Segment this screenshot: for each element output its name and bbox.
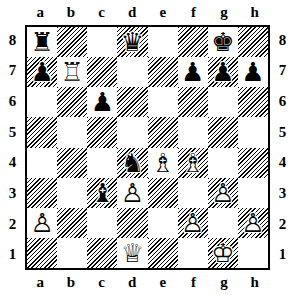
piece-white-pawn-fill: ♟: [208, 178, 238, 208]
square-e3[interactable]: [148, 178, 178, 208]
square-c6[interactable]: ♟: [87, 87, 117, 117]
square-d4[interactable]: ♞: [117, 148, 147, 178]
square-e2[interactable]: [148, 208, 178, 238]
piece-white-rook-fill: ♜: [57, 57, 87, 87]
piece-white-bishop[interactable]: ♗: [178, 148, 208, 178]
square-g8[interactable]: ♚: [208, 27, 238, 57]
square-b4[interactable]: [57, 148, 87, 178]
piece-black-pawn[interactable]: ♟: [87, 87, 117, 117]
square-e1[interactable]: [148, 238, 178, 268]
square-c4[interactable]: [87, 148, 117, 178]
rank-label-right-6: 6: [270, 86, 295, 117]
square-h2[interactable]: ♟♙: [238, 208, 268, 238]
piece-white-king[interactable]: ♔: [208, 238, 238, 268]
rank-label-right-5: 5: [270, 117, 295, 148]
rank-label-right-3: 3: [270, 178, 295, 209]
file-label-top-h: h: [239, 0, 270, 25]
square-f7[interactable]: ♟: [178, 57, 208, 87]
piece-white-bishop-fill: ♝: [178, 148, 208, 178]
square-b6[interactable]: [57, 87, 87, 117]
file-label-bottom-g: g: [209, 270, 240, 295]
piece-white-pawn[interactable]: ♙: [238, 208, 268, 238]
piece-white-king-fill: ♚: [208, 238, 238, 268]
square-h4[interactable]: [238, 148, 268, 178]
square-a6[interactable]: [27, 87, 57, 117]
file-label-bottom-a: a: [25, 270, 56, 295]
square-a3[interactable]: [27, 178, 57, 208]
square-a5[interactable]: [27, 117, 57, 147]
piece-white-queen-fill: ♛: [117, 238, 147, 268]
square-c7[interactable]: [87, 57, 117, 87]
square-e6[interactable]: [148, 87, 178, 117]
rank-label-right-2: 2: [270, 209, 295, 240]
file-labels-top: abcdefgh: [25, 0, 270, 25]
square-h3[interactable]: [238, 178, 268, 208]
file-label-top-b: b: [56, 0, 87, 25]
rank-label-left-7: 7: [0, 56, 25, 87]
square-e4[interactable]: ♝♗: [148, 148, 178, 178]
square-b8[interactable]: [57, 27, 87, 57]
square-g2[interactable]: [208, 208, 238, 238]
file-label-top-f: f: [178, 0, 209, 25]
square-d2[interactable]: [117, 208, 147, 238]
piece-black-pawn[interactable]: ♟: [238, 57, 268, 87]
file-labels-bottom: abcdefgh: [25, 270, 270, 295]
square-h8[interactable]: [238, 27, 268, 57]
piece-white-pawn-fill: ♟: [27, 208, 57, 238]
square-d1[interactable]: ♛♕: [117, 238, 147, 268]
piece-white-pawn-fill: ♟: [238, 208, 268, 238]
rank-label-left-4: 4: [0, 148, 25, 179]
square-g5[interactable]: [208, 117, 238, 147]
piece-black-knight[interactable]: ♞: [117, 148, 147, 178]
square-f1[interactable]: [178, 238, 208, 268]
file-label-bottom-h: h: [239, 270, 270, 295]
rank-label-left-5: 5: [0, 117, 25, 148]
rank-label-right-1: 1: [270, 239, 295, 270]
square-c5[interactable]: [87, 117, 117, 147]
square-a8[interactable]: ♜: [27, 27, 57, 57]
square-d8[interactable]: ♛: [117, 27, 147, 57]
rank-label-right-7: 7: [270, 56, 295, 87]
piece-white-pawn-fill: ♟: [117, 178, 147, 208]
square-b5[interactable]: [57, 117, 87, 147]
square-b7[interactable]: ♜♖: [57, 57, 87, 87]
piece-white-pawn[interactable]: ♙: [208, 178, 238, 208]
square-b2[interactable]: [57, 208, 87, 238]
square-a2[interactable]: ♟♙: [27, 208, 57, 238]
file-label-top-a: a: [25, 0, 56, 25]
chess-diagram: abcdefgh 87654321 ♜♛♚♟♜♖♟♟♟♟♞♝♗♝♗♝♟♙♟♙♟♙…: [0, 0, 295, 295]
square-d5[interactable]: [117, 117, 147, 147]
piece-white-bishop[interactable]: ♗: [148, 148, 178, 178]
file-label-bottom-d: d: [117, 270, 148, 295]
square-c1[interactable]: [87, 238, 117, 268]
rank-label-left-3: 3: [0, 178, 25, 209]
square-e5[interactable]: [148, 117, 178, 147]
piece-white-queen[interactable]: ♕: [117, 238, 147, 268]
piece-black-pawn[interactable]: ♟: [27, 57, 57, 87]
piece-white-bishop-fill: ♝: [148, 148, 178, 178]
square-g6[interactable]: [208, 87, 238, 117]
square-g4[interactable]: [208, 148, 238, 178]
rank-labels-right: 87654321: [270, 25, 295, 270]
rank-label-right-4: 4: [270, 148, 295, 179]
rank-label-left-8: 8: [0, 25, 25, 56]
piece-black-king[interactable]: ♚: [208, 27, 238, 57]
square-f6[interactable]: [178, 87, 208, 117]
piece-white-pawn[interactable]: ♙: [117, 178, 147, 208]
square-f8[interactable]: [178, 27, 208, 57]
square-g3[interactable]: ♟♙: [208, 178, 238, 208]
rank-labels-left: 87654321: [0, 25, 25, 270]
piece-white-pawn-fill: ♟: [178, 208, 208, 238]
square-d7[interactable]: [117, 57, 147, 87]
square-c8[interactable]: [87, 27, 117, 57]
square-h5[interactable]: [238, 117, 268, 147]
file-label-top-d: d: [117, 0, 148, 25]
file-label-top-g: g: [209, 0, 240, 25]
square-a7[interactable]: ♟: [27, 57, 57, 87]
square-b1[interactable]: [57, 238, 87, 268]
file-label-bottom-f: f: [178, 270, 209, 295]
square-e8[interactable]: [148, 27, 178, 57]
square-b3[interactable]: [57, 178, 87, 208]
rank-label-left-1: 1: [0, 239, 25, 270]
piece-white-rook[interactable]: ♖: [57, 57, 87, 87]
square-f2[interactable]: ♟♙: [178, 208, 208, 238]
rank-label-left-2: 2: [0, 209, 25, 240]
square-a4[interactable]: [27, 148, 57, 178]
file-label-bottom-c: c: [86, 270, 117, 295]
file-label-top-c: c: [86, 0, 117, 25]
square-c2[interactable]: [87, 208, 117, 238]
square-h6[interactable]: [238, 87, 268, 117]
square-a1[interactable]: [27, 238, 57, 268]
square-f4[interactable]: ♝♗: [178, 148, 208, 178]
square-g1[interactable]: ♚♔: [208, 238, 238, 268]
rank-label-left-6: 6: [0, 86, 25, 117]
square-f3[interactable]: [178, 178, 208, 208]
piece-white-pawn[interactable]: ♙: [27, 208, 57, 238]
chess-board: ♜♛♚♟♜♖♟♟♟♟♞♝♗♝♗♝♟♙♟♙♟♙♟♙♟♙♛♕♚♔: [25, 25, 270, 270]
piece-black-rook[interactable]: ♜: [27, 27, 57, 57]
square-c3[interactable]: ♝: [87, 178, 117, 208]
rank-label-right-8: 8: [270, 25, 295, 56]
piece-black-queen[interactable]: ♛: [117, 27, 147, 57]
file-label-bottom-e: e: [148, 270, 179, 295]
piece-white-pawn[interactable]: ♙: [178, 208, 208, 238]
square-d6[interactable]: [117, 87, 147, 117]
square-e7[interactable]: [148, 57, 178, 87]
square-h7[interactable]: ♟: [238, 57, 268, 87]
square-g7[interactable]: ♟: [208, 57, 238, 87]
piece-black-pawn[interactable]: ♟: [178, 57, 208, 87]
file-label-top-e: e: [148, 0, 179, 25]
piece-black-pawn[interactable]: ♟: [208, 57, 238, 87]
file-label-bottom-b: b: [56, 270, 87, 295]
square-d3[interactable]: ♟♙: [117, 178, 147, 208]
piece-black-bishop[interactable]: ♝: [87, 178, 117, 208]
square-h1[interactable]: [238, 238, 268, 268]
square-f5[interactable]: [178, 117, 208, 147]
